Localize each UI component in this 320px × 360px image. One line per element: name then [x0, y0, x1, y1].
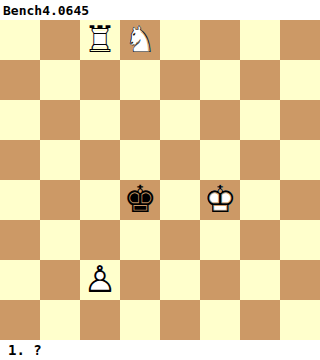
square-b2[interactable] — [40, 260, 80, 300]
square-g6[interactable] — [240, 100, 280, 140]
white-pawn-fill: ♟ — [80, 260, 120, 300]
square-e2[interactable] — [160, 260, 200, 300]
square-b1[interactable] — [40, 300, 80, 340]
square-a2[interactable] — [0, 260, 40, 300]
square-g8[interactable] — [240, 20, 280, 60]
square-g1[interactable] — [240, 300, 280, 340]
square-a7[interactable] — [0, 60, 40, 100]
square-f3[interactable] — [200, 220, 240, 260]
square-e1[interactable] — [160, 300, 200, 340]
square-b5[interactable] — [40, 140, 80, 180]
square-h8[interactable] — [280, 20, 320, 60]
square-e4[interactable] — [160, 180, 200, 220]
square-g4[interactable] — [240, 180, 280, 220]
white-rook-fill: ♜ — [80, 20, 120, 60]
black-king[interactable]: ♚ — [120, 180, 160, 220]
square-d3[interactable] — [120, 220, 160, 260]
square-f8[interactable] — [200, 20, 240, 60]
square-f4[interactable]: ♚♔ — [200, 180, 240, 220]
square-g2[interactable] — [240, 260, 280, 300]
white-knight[interactable]: ♘ — [120, 20, 160, 60]
square-c7[interactable] — [80, 60, 120, 100]
square-a5[interactable] — [0, 140, 40, 180]
white-king[interactable]: ♔ — [200, 180, 240, 220]
square-a1[interactable] — [0, 300, 40, 340]
square-h5[interactable] — [280, 140, 320, 180]
square-a8[interactable] — [0, 20, 40, 60]
square-b6[interactable] — [40, 100, 80, 140]
square-b8[interactable] — [40, 20, 80, 60]
square-f7[interactable] — [200, 60, 240, 100]
square-h2[interactable] — [280, 260, 320, 300]
square-d2[interactable] — [120, 260, 160, 300]
square-g7[interactable] — [240, 60, 280, 100]
square-e7[interactable] — [160, 60, 200, 100]
square-f6[interactable] — [200, 100, 240, 140]
square-d5[interactable] — [120, 140, 160, 180]
square-d7[interactable] — [120, 60, 160, 100]
square-c3[interactable] — [80, 220, 120, 260]
square-g3[interactable] — [240, 220, 280, 260]
square-f2[interactable] — [200, 260, 240, 300]
square-h7[interactable] — [280, 60, 320, 100]
square-e5[interactable] — [160, 140, 200, 180]
square-c1[interactable] — [80, 300, 120, 340]
square-d8[interactable]: ♞♘ — [120, 20, 160, 60]
square-e8[interactable] — [160, 20, 200, 60]
square-a3[interactable] — [0, 220, 40, 260]
white-king-fill: ♚ — [200, 180, 240, 220]
square-h3[interactable] — [280, 220, 320, 260]
square-c6[interactable] — [80, 100, 120, 140]
square-b7[interactable] — [40, 60, 80, 100]
square-d1[interactable] — [120, 300, 160, 340]
square-c4[interactable] — [80, 180, 120, 220]
square-b4[interactable] — [40, 180, 80, 220]
square-h1[interactable] — [280, 300, 320, 340]
square-d4[interactable]: ♚ — [120, 180, 160, 220]
square-f5[interactable] — [200, 140, 240, 180]
square-f1[interactable] — [200, 300, 240, 340]
square-e6[interactable] — [160, 100, 200, 140]
square-a4[interactable] — [0, 180, 40, 220]
square-b3[interactable] — [40, 220, 80, 260]
square-d6[interactable] — [120, 100, 160, 140]
square-c2[interactable]: ♟♙ — [80, 260, 120, 300]
square-g5[interactable] — [240, 140, 280, 180]
window-title: Bench4.0645 — [0, 0, 320, 20]
square-h4[interactable] — [280, 180, 320, 220]
square-a6[interactable] — [0, 100, 40, 140]
square-h6[interactable] — [280, 100, 320, 140]
chess-board: ♜♖♞♘♚♚♔♟♙ — [0, 20, 320, 340]
white-knight-fill: ♞ — [120, 20, 160, 60]
square-c8[interactable]: ♜♖ — [80, 20, 120, 60]
square-c5[interactable] — [80, 140, 120, 180]
white-rook[interactable]: ♖ — [80, 20, 120, 60]
move-prompt: 1. ? — [0, 340, 320, 360]
square-e3[interactable] — [160, 220, 200, 260]
white-pawn[interactable]: ♙ — [80, 260, 120, 300]
